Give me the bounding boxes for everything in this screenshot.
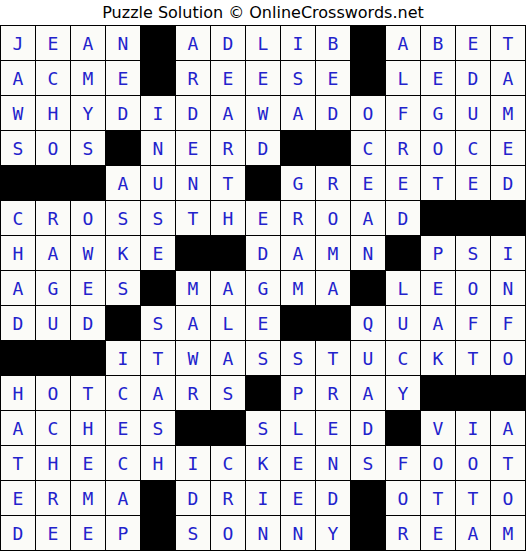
- letter-cell: N: [140, 130, 175, 165]
- letter-cell: Y: [315, 515, 350, 550]
- letter-cell: U: [35, 305, 70, 340]
- letter-cell: B: [420, 25, 455, 60]
- letter-cell: A: [490, 60, 525, 95]
- black-cell: [140, 60, 175, 95]
- letter-cell: U: [385, 305, 420, 340]
- black-cell: [210, 410, 245, 445]
- letter-cell: S: [245, 410, 280, 445]
- letter-cell: S: [350, 445, 385, 480]
- black-cell: [315, 130, 350, 165]
- letter-cell: A: [0, 60, 35, 95]
- letter-cell: U: [455, 95, 490, 130]
- letter-cell: C: [35, 410, 70, 445]
- letter-cell: D: [70, 305, 105, 340]
- letter-cell: E: [70, 270, 105, 305]
- black-cell: [350, 480, 385, 515]
- letter-cell: I: [175, 445, 210, 480]
- letter-cell: S: [175, 515, 210, 550]
- letter-cell: E: [315, 410, 350, 445]
- letter-cell: R: [175, 60, 210, 95]
- letter-cell: T: [455, 340, 490, 375]
- letter-cell: N: [490, 270, 525, 305]
- black-cell: [140, 270, 175, 305]
- letter-cell: E: [280, 445, 315, 480]
- letter-cell: C: [455, 130, 490, 165]
- letter-cell: U: [350, 340, 385, 375]
- letter-cell: I: [280, 25, 315, 60]
- letter-cell: R: [175, 375, 210, 410]
- letter-cell: E: [70, 445, 105, 480]
- letter-cell: R: [210, 480, 245, 515]
- black-cell: [0, 165, 35, 200]
- letter-cell: E: [35, 25, 70, 60]
- letter-cell: D: [175, 95, 210, 130]
- letter-cell: E: [175, 130, 210, 165]
- letter-cell: O: [210, 515, 245, 550]
- letter-cell: A: [455, 515, 490, 550]
- letter-cell: L: [280, 410, 315, 445]
- letter-cell: C: [0, 200, 35, 235]
- letter-cell: A: [350, 200, 385, 235]
- letter-cell: T: [490, 445, 525, 480]
- letter-cell: D: [245, 130, 280, 165]
- letter-cell: G: [245, 270, 280, 305]
- black-cell: [490, 200, 525, 235]
- letter-cell: O: [455, 270, 490, 305]
- letter-cell: C: [385, 340, 420, 375]
- letter-cell: M: [70, 60, 105, 95]
- letter-cell: A: [105, 480, 140, 515]
- black-cell: [455, 200, 490, 235]
- letter-cell: R: [35, 480, 70, 515]
- letter-cell: C: [105, 445, 140, 480]
- letter-cell: B: [315, 25, 350, 60]
- letter-cell: E: [490, 130, 525, 165]
- letter-cell: E: [420, 515, 455, 550]
- letter-cell: E: [455, 25, 490, 60]
- crossword-grid: JEANADLIBABETACMEREESELEDAWHYDIDAWADOFGU…: [0, 25, 526, 551]
- letter-cell: M: [70, 480, 105, 515]
- black-cell: [385, 410, 420, 445]
- letter-cell: S: [245, 340, 280, 375]
- letter-cell: Y: [70, 95, 105, 130]
- letter-cell: R: [280, 200, 315, 235]
- letter-cell: E: [385, 165, 420, 200]
- letter-cell: L: [245, 25, 280, 60]
- letter-cell: A: [140, 375, 175, 410]
- letter-cell: S: [105, 270, 140, 305]
- letter-cell: L: [210, 305, 245, 340]
- letter-cell: G: [420, 95, 455, 130]
- letter-cell: E: [0, 480, 35, 515]
- letter-cell: O: [315, 200, 350, 235]
- letter-cell: T: [0, 445, 35, 480]
- letter-cell: E: [420, 270, 455, 305]
- black-cell: [70, 165, 105, 200]
- letter-cell: M: [175, 270, 210, 305]
- letter-cell: A: [350, 375, 385, 410]
- letter-cell: M: [280, 270, 315, 305]
- black-cell: [385, 235, 420, 270]
- letter-cell: D: [0, 305, 35, 340]
- letter-cell: D: [385, 200, 420, 235]
- letter-cell: D: [210, 25, 245, 60]
- letter-cell: V: [420, 410, 455, 445]
- letter-cell: H: [35, 445, 70, 480]
- letter-cell: C: [105, 375, 140, 410]
- letter-cell: A: [420, 305, 455, 340]
- page-title: Puzzle Solution © OnlineCrosswords.net: [0, 0, 526, 25]
- letter-cell: N: [280, 515, 315, 550]
- letter-cell: A: [280, 235, 315, 270]
- letter-cell: D: [175, 480, 210, 515]
- letter-cell: P: [420, 235, 455, 270]
- letter-cell: S: [210, 375, 245, 410]
- letter-cell: Q: [350, 305, 385, 340]
- letter-cell: R: [385, 130, 420, 165]
- letter-cell: O: [35, 130, 70, 165]
- letter-cell: T: [420, 480, 455, 515]
- black-cell: [140, 480, 175, 515]
- black-cell: [140, 25, 175, 60]
- letter-cell: R: [385, 515, 420, 550]
- black-cell: [105, 305, 140, 340]
- letter-cell: I: [245, 480, 280, 515]
- letter-cell: D: [455, 60, 490, 95]
- letter-cell: E: [105, 60, 140, 95]
- black-cell: [350, 25, 385, 60]
- letter-cell: C: [210, 445, 245, 480]
- letter-cell: O: [420, 130, 455, 165]
- letter-cell: L: [385, 60, 420, 95]
- letter-cell: E: [245, 60, 280, 95]
- letter-cell: N: [315, 445, 350, 480]
- letter-cell: I: [455, 410, 490, 445]
- letter-cell: W: [70, 235, 105, 270]
- letter-cell: M: [490, 515, 525, 550]
- letter-cell: F: [490, 305, 525, 340]
- letter-cell: W: [245, 95, 280, 130]
- letter-cell: N: [105, 25, 140, 60]
- letter-cell: O: [490, 340, 525, 375]
- black-cell: [350, 515, 385, 550]
- letter-cell: S: [140, 200, 175, 235]
- black-cell: [35, 165, 70, 200]
- letter-cell: C: [35, 60, 70, 95]
- black-cell: [350, 60, 385, 95]
- letter-cell: D: [0, 515, 35, 550]
- letter-cell: T: [70, 375, 105, 410]
- black-cell: [280, 130, 315, 165]
- letter-cell: R: [315, 165, 350, 200]
- black-cell: [105, 130, 140, 165]
- letter-cell: K: [420, 340, 455, 375]
- letter-cell: E: [280, 480, 315, 515]
- letter-cell: A: [105, 165, 140, 200]
- black-cell: [210, 235, 245, 270]
- black-cell: [35, 340, 70, 375]
- letter-cell: C: [350, 130, 385, 165]
- letter-cell: T: [455, 480, 490, 515]
- letter-cell: A: [0, 410, 35, 445]
- letter-cell: S: [140, 410, 175, 445]
- letter-cell: U: [140, 165, 175, 200]
- letter-cell: T: [420, 165, 455, 200]
- letter-cell: R: [35, 200, 70, 235]
- letter-cell: E: [35, 515, 70, 550]
- letter-cell: G: [280, 165, 315, 200]
- letter-cell: M: [315, 235, 350, 270]
- letter-cell: E: [105, 410, 140, 445]
- letter-cell: D: [490, 165, 525, 200]
- letter-cell: I: [105, 340, 140, 375]
- letter-cell: E: [350, 165, 385, 200]
- letter-cell: O: [70, 200, 105, 235]
- letter-cell: E: [140, 235, 175, 270]
- black-cell: [350, 270, 385, 305]
- letter-cell: K: [105, 235, 140, 270]
- black-cell: [315, 305, 350, 340]
- letter-cell: S: [70, 130, 105, 165]
- letter-cell: F: [385, 95, 420, 130]
- letter-cell: T: [210, 165, 245, 200]
- letter-cell: P: [105, 515, 140, 550]
- black-cell: [175, 235, 210, 270]
- letter-cell: O: [35, 375, 70, 410]
- black-cell: [245, 375, 280, 410]
- letter-cell: S: [455, 235, 490, 270]
- black-cell: [0, 340, 35, 375]
- letter-cell: D: [350, 410, 385, 445]
- letter-cell: N: [175, 165, 210, 200]
- letter-cell: E: [245, 200, 280, 235]
- letter-cell: D: [245, 235, 280, 270]
- letter-cell: H: [140, 445, 175, 480]
- letter-cell: F: [455, 305, 490, 340]
- letter-cell: D: [315, 480, 350, 515]
- letter-cell: E: [245, 305, 280, 340]
- letter-cell: T: [175, 200, 210, 235]
- letter-cell: P: [280, 375, 315, 410]
- black-cell: [245, 165, 280, 200]
- letter-cell: A: [175, 25, 210, 60]
- black-cell: [70, 340, 105, 375]
- letter-cell: A: [210, 340, 245, 375]
- letter-cell: O: [350, 95, 385, 130]
- letter-cell: N: [245, 515, 280, 550]
- letter-cell: A: [210, 270, 245, 305]
- letter-cell: H: [0, 235, 35, 270]
- letter-cell: E: [455, 165, 490, 200]
- letter-cell: O: [455, 445, 490, 480]
- letter-cell: E: [315, 60, 350, 95]
- letter-cell: H: [35, 95, 70, 130]
- letter-cell: O: [490, 480, 525, 515]
- letter-cell: N: [350, 235, 385, 270]
- letter-cell: L: [385, 270, 420, 305]
- letter-cell: H: [0, 375, 35, 410]
- letter-cell: G: [35, 270, 70, 305]
- letter-cell: A: [490, 410, 525, 445]
- letter-cell: T: [490, 25, 525, 60]
- letter-cell: W: [0, 95, 35, 130]
- black-cell: [420, 375, 455, 410]
- black-cell: [175, 410, 210, 445]
- letter-cell: I: [140, 95, 175, 130]
- letter-cell: A: [175, 305, 210, 340]
- letter-cell: K: [245, 445, 280, 480]
- letter-cell: T: [315, 340, 350, 375]
- letter-cell: D: [105, 95, 140, 130]
- letter-cell: E: [70, 515, 105, 550]
- letter-cell: S: [105, 200, 140, 235]
- letter-cell: S: [280, 340, 315, 375]
- black-cell: [455, 375, 490, 410]
- black-cell: [420, 200, 455, 235]
- black-cell: [490, 375, 525, 410]
- letter-cell: F: [385, 445, 420, 480]
- letter-cell: T: [140, 340, 175, 375]
- letter-cell: A: [280, 95, 315, 130]
- letter-cell: E: [210, 60, 245, 95]
- letter-cell: Y: [385, 375, 420, 410]
- letter-cell: J: [0, 25, 35, 60]
- letter-cell: A: [385, 25, 420, 60]
- letter-cell: R: [315, 375, 350, 410]
- letter-cell: A: [70, 25, 105, 60]
- letter-cell: E: [420, 60, 455, 95]
- letter-cell: O: [385, 480, 420, 515]
- puzzle-page: Puzzle Solution © OnlineCrosswords.net J…: [0, 0, 526, 551]
- letter-cell: A: [35, 235, 70, 270]
- letter-cell: S: [280, 60, 315, 95]
- black-cell: [280, 305, 315, 340]
- letter-cell: H: [70, 410, 105, 445]
- black-cell: [140, 515, 175, 550]
- letter-cell: A: [0, 270, 35, 305]
- letter-cell: H: [210, 200, 245, 235]
- letter-cell: W: [175, 340, 210, 375]
- letter-cell: A: [315, 270, 350, 305]
- letter-cell: O: [420, 445, 455, 480]
- letter-cell: S: [0, 130, 35, 165]
- letter-cell: M: [490, 95, 525, 130]
- letter-cell: I: [490, 235, 525, 270]
- letter-cell: S: [140, 305, 175, 340]
- letter-cell: A: [210, 95, 245, 130]
- letter-cell: D: [315, 95, 350, 130]
- letter-cell: R: [210, 130, 245, 165]
